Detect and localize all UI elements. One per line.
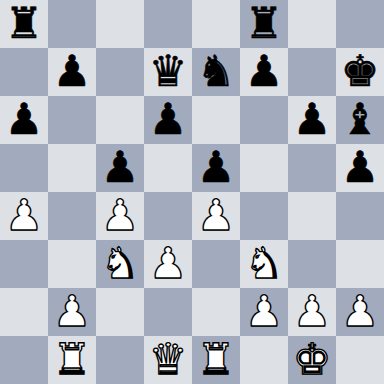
piece-black-bishop[interactable]: ♝ (341, 95, 380, 143)
piece-white-knight[interactable]: ♞ (101, 239, 140, 287)
square-a1[interactable] (0, 336, 48, 384)
square-c1[interactable] (96, 336, 144, 384)
square-h1[interactable] (336, 336, 384, 384)
square-f6[interactable] (240, 96, 288, 144)
square-d4[interactable] (144, 192, 192, 240)
square-e7[interactable]: ♞ (192, 48, 240, 96)
square-g5[interactable] (288, 144, 336, 192)
square-a3[interactable] (0, 240, 48, 288)
square-a4[interactable]: ♟ (0, 192, 48, 240)
piece-black-pawn[interactable]: ♟ (293, 95, 332, 143)
piece-white-pawn[interactable]: ♟ (293, 287, 332, 335)
chess-board: ♜♜♟♛♞♟♚♟♟♟♝♟♟♟♟♟♟♞♟♞♟♟♟♟♜♛♜♚ (0, 0, 384, 384)
square-g6[interactable]: ♟ (288, 96, 336, 144)
square-f7[interactable]: ♟ (240, 48, 288, 96)
square-a6[interactable]: ♟ (0, 96, 48, 144)
piece-black-pawn[interactable]: ♟ (341, 143, 380, 191)
square-d8[interactable] (144, 0, 192, 48)
piece-white-knight[interactable]: ♞ (245, 239, 284, 287)
square-e8[interactable] (192, 0, 240, 48)
piece-black-queen[interactable]: ♛ (149, 47, 188, 95)
square-b1[interactable]: ♜ (48, 336, 96, 384)
square-c4[interactable]: ♟ (96, 192, 144, 240)
piece-black-pawn[interactable]: ♟ (245, 47, 284, 95)
square-c6[interactable] (96, 96, 144, 144)
piece-black-rook[interactable]: ♜ (245, 0, 284, 47)
square-e1[interactable]: ♜ (192, 336, 240, 384)
square-f2[interactable]: ♟ (240, 288, 288, 336)
square-e3[interactable] (192, 240, 240, 288)
square-a8[interactable]: ♜ (0, 0, 48, 48)
square-c8[interactable] (96, 0, 144, 48)
square-a2[interactable] (0, 288, 48, 336)
square-b3[interactable] (48, 240, 96, 288)
square-h6[interactable]: ♝ (336, 96, 384, 144)
piece-white-pawn[interactable]: ♟ (5, 191, 44, 239)
piece-black-knight[interactable]: ♞ (197, 47, 236, 95)
square-g1[interactable]: ♚ (288, 336, 336, 384)
square-e2[interactable] (192, 288, 240, 336)
square-g4[interactable] (288, 192, 336, 240)
square-b6[interactable] (48, 96, 96, 144)
square-g2[interactable]: ♟ (288, 288, 336, 336)
square-a7[interactable] (0, 48, 48, 96)
piece-white-pawn[interactable]: ♟ (101, 191, 140, 239)
square-d3[interactable]: ♟ (144, 240, 192, 288)
square-b8[interactable] (48, 0, 96, 48)
square-h5[interactable]: ♟ (336, 144, 384, 192)
square-f1[interactable] (240, 336, 288, 384)
square-h4[interactable] (336, 192, 384, 240)
square-f5[interactable] (240, 144, 288, 192)
square-e6[interactable] (192, 96, 240, 144)
square-b4[interactable] (48, 192, 96, 240)
square-c2[interactable] (96, 288, 144, 336)
piece-white-rook[interactable]: ♜ (53, 335, 92, 383)
piece-white-rook[interactable]: ♜ (197, 335, 236, 383)
square-d6[interactable]: ♟ (144, 96, 192, 144)
piece-black-pawn[interactable]: ♟ (149, 95, 188, 143)
square-f8[interactable]: ♜ (240, 0, 288, 48)
square-h2[interactable]: ♟ (336, 288, 384, 336)
square-c3[interactable]: ♞ (96, 240, 144, 288)
piece-white-pawn[interactable]: ♟ (149, 239, 188, 287)
square-a5[interactable] (0, 144, 48, 192)
square-h3[interactable] (336, 240, 384, 288)
square-d2[interactable] (144, 288, 192, 336)
piece-white-pawn[interactable]: ♟ (245, 287, 284, 335)
piece-black-pawn[interactable]: ♟ (5, 95, 44, 143)
square-g7[interactable] (288, 48, 336, 96)
square-b5[interactable] (48, 144, 96, 192)
square-c7[interactable] (96, 48, 144, 96)
square-f4[interactable] (240, 192, 288, 240)
square-g3[interactable] (288, 240, 336, 288)
square-d7[interactable]: ♛ (144, 48, 192, 96)
piece-black-pawn[interactable]: ♟ (197, 143, 236, 191)
piece-black-rook[interactable]: ♜ (5, 0, 44, 47)
square-d5[interactable] (144, 144, 192, 192)
square-b2[interactable]: ♟ (48, 288, 96, 336)
square-c5[interactable]: ♟ (96, 144, 144, 192)
piece-white-pawn[interactable]: ♟ (53, 287, 92, 335)
square-e4[interactable]: ♟ (192, 192, 240, 240)
piece-white-pawn[interactable]: ♟ (197, 191, 236, 239)
piece-white-king[interactable]: ♚ (293, 335, 332, 383)
piece-black-pawn[interactable]: ♟ (101, 143, 140, 191)
square-d1[interactable]: ♛ (144, 336, 192, 384)
square-e5[interactable]: ♟ (192, 144, 240, 192)
square-f3[interactable]: ♞ (240, 240, 288, 288)
piece-black-king[interactable]: ♚ (341, 47, 380, 95)
square-b7[interactable]: ♟ (48, 48, 96, 96)
square-g8[interactable] (288, 0, 336, 48)
square-h8[interactable] (336, 0, 384, 48)
square-h7[interactable]: ♚ (336, 48, 384, 96)
piece-white-pawn[interactable]: ♟ (341, 287, 380, 335)
piece-black-pawn[interactable]: ♟ (53, 47, 92, 95)
piece-white-queen[interactable]: ♛ (149, 335, 188, 383)
